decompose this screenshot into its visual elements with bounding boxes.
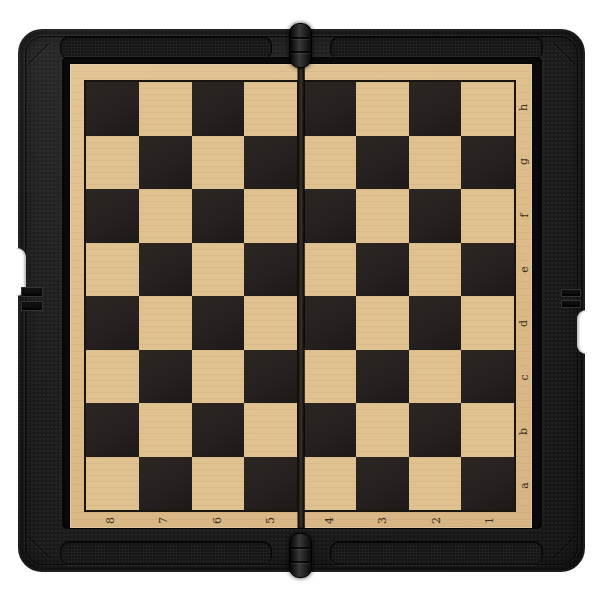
hinge-knuckle xyxy=(291,37,310,39)
square-d7[interactable] xyxy=(139,296,192,350)
corner-mold-seam xyxy=(553,537,575,559)
square-f2[interactable] xyxy=(409,189,462,243)
corner-mold-seam xyxy=(28,43,50,65)
file-label-g: g xyxy=(516,134,532,188)
square-c3[interactable] xyxy=(356,350,409,404)
board-fold-gap xyxy=(298,64,305,528)
square-e4[interactable] xyxy=(303,243,356,297)
square-g8[interactable] xyxy=(86,136,139,190)
square-h3[interactable] xyxy=(356,82,409,136)
square-g3[interactable] xyxy=(356,136,409,190)
latch-tab-left[interactable] xyxy=(21,301,43,311)
square-h5[interactable] xyxy=(244,82,297,136)
file-label-c: c xyxy=(516,350,532,404)
hinge-knuckle xyxy=(291,561,310,563)
square-g2[interactable] xyxy=(409,136,462,190)
square-h6[interactable] xyxy=(192,82,245,136)
square-c8[interactable] xyxy=(86,350,139,404)
corner-mold-seam xyxy=(553,43,575,65)
chess-case: hgfedcba 87654321 xyxy=(18,29,585,572)
square-f3[interactable] xyxy=(356,189,409,243)
square-h7[interactable] xyxy=(139,82,192,136)
square-b6[interactable] xyxy=(192,403,245,457)
square-d4[interactable] xyxy=(303,296,356,350)
latch-notch-right xyxy=(577,310,587,354)
square-a2[interactable] xyxy=(409,457,462,511)
file-label-d: d xyxy=(516,296,532,350)
square-a8[interactable] xyxy=(86,457,139,511)
square-f6[interactable] xyxy=(192,189,245,243)
square-b2[interactable] xyxy=(409,403,462,457)
square-c1[interactable] xyxy=(461,350,514,404)
rank-label-5: 5 xyxy=(244,512,297,528)
square-b1[interactable] xyxy=(461,403,514,457)
square-e2[interactable] xyxy=(409,243,462,297)
hinge-knuckle xyxy=(291,51,310,53)
square-g5[interactable] xyxy=(244,136,297,190)
latch-tab-left[interactable] xyxy=(21,287,43,297)
square-a1[interactable] xyxy=(461,457,514,511)
square-e5[interactable] xyxy=(244,243,297,297)
square-c6[interactable] xyxy=(192,350,245,404)
square-b4[interactable] xyxy=(303,403,356,457)
square-h4[interactable] xyxy=(303,82,356,136)
file-label-f: f xyxy=(516,188,532,242)
rank-label-3: 3 xyxy=(356,512,409,528)
file-label-e: e xyxy=(516,242,532,296)
corner-mold-seam xyxy=(28,537,50,559)
square-f8[interactable] xyxy=(86,189,139,243)
chess-board: hgfedcba 87654321 xyxy=(70,64,532,528)
square-g6[interactable] xyxy=(192,136,245,190)
square-c5[interactable] xyxy=(244,350,297,404)
rank-label-4: 4 xyxy=(303,512,356,528)
rank-label-8: 8 xyxy=(84,512,137,528)
square-e3[interactable] xyxy=(356,243,409,297)
square-d8[interactable] xyxy=(86,296,139,350)
square-a3[interactable] xyxy=(356,457,409,511)
square-e6[interactable] xyxy=(192,243,245,297)
square-a5[interactable] xyxy=(244,457,297,511)
square-f1[interactable] xyxy=(461,189,514,243)
rank-label-7: 7 xyxy=(137,512,190,528)
square-a4[interactable] xyxy=(303,457,356,511)
bottom-rim-panel-left xyxy=(60,541,272,565)
bottom-rim-panel-right xyxy=(330,541,543,565)
hinge-knuckle xyxy=(291,547,310,549)
square-b8[interactable] xyxy=(86,403,139,457)
square-h1[interactable] xyxy=(461,82,514,136)
square-a7[interactable] xyxy=(139,457,192,511)
square-b7[interactable] xyxy=(139,403,192,457)
square-d1[interactable] xyxy=(461,296,514,350)
rank-label-6: 6 xyxy=(191,512,244,528)
latch-tab-right[interactable] xyxy=(561,289,581,297)
rank-label-1: 1 xyxy=(463,512,516,528)
file-label-a: a xyxy=(516,458,532,512)
file-label-b: b xyxy=(516,404,532,458)
square-d5[interactable] xyxy=(244,296,297,350)
rank-labels: 87654321 xyxy=(84,512,516,528)
latch-tab-right[interactable] xyxy=(561,300,581,308)
square-e1[interactable] xyxy=(461,243,514,297)
square-h8[interactable] xyxy=(86,82,139,136)
square-f4[interactable] xyxy=(303,189,356,243)
file-labels: hgfedcba xyxy=(516,80,532,512)
square-e7[interactable] xyxy=(139,243,192,297)
square-g7[interactable] xyxy=(139,136,192,190)
file-label-h: h xyxy=(516,80,532,134)
square-e8[interactable] xyxy=(86,243,139,297)
square-c2[interactable] xyxy=(409,350,462,404)
square-d2[interactable] xyxy=(409,296,462,350)
square-h2[interactable] xyxy=(409,82,462,136)
rank-label-2: 2 xyxy=(410,512,463,528)
square-c7[interactable] xyxy=(139,350,192,404)
square-f7[interactable] xyxy=(139,189,192,243)
top-hinge xyxy=(289,23,312,68)
square-f5[interactable] xyxy=(244,189,297,243)
square-d3[interactable] xyxy=(356,296,409,350)
square-b3[interactable] xyxy=(356,403,409,457)
square-a6[interactable] xyxy=(192,457,245,511)
square-g1[interactable] xyxy=(461,136,514,190)
square-g4[interactable] xyxy=(303,136,356,190)
square-d6[interactable] xyxy=(192,296,245,350)
square-b5[interactable] xyxy=(244,403,297,457)
bottom-hinge xyxy=(289,533,312,578)
square-c4[interactable] xyxy=(303,350,356,404)
